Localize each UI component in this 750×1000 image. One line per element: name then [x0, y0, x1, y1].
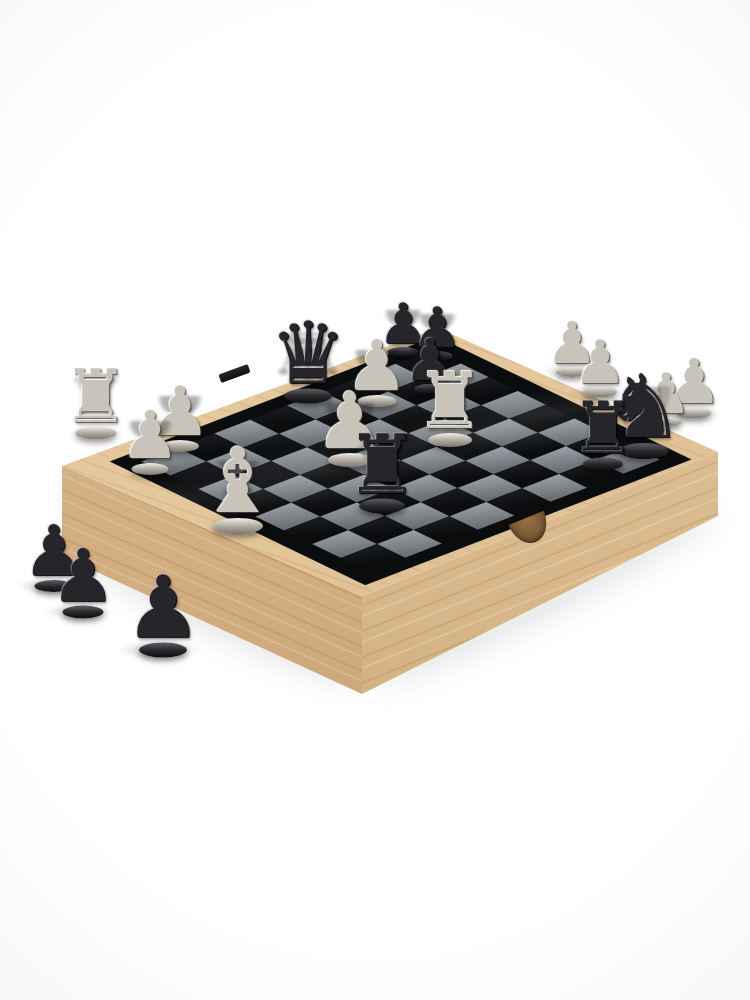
white-pawn-glyph: ♟: [120, 403, 179, 469]
white-rook-glyph: ♜: [415, 362, 485, 440]
product-photo-scene: ♟♟♟♟♟♟♟♟♛♛♟♟♟♟♜♜♜♜♟♟♞♞♟♟♜♜♟♟♜♜♝♝♟♟♟: [0, 0, 750, 1000]
black-rook-glyph: ♜: [345, 424, 419, 506]
rim-slot-notch: [218, 364, 250, 383]
black-rook-glyph: ♜: [571, 392, 636, 464]
white-bishop-glyph: ♝: [198, 436, 279, 526]
black-pawn-glyph: ♟: [50, 539, 115, 612]
black-pawn-glyph: ♟: [124, 564, 201, 650]
white-rook-glyph: ♜: [63, 359, 129, 433]
